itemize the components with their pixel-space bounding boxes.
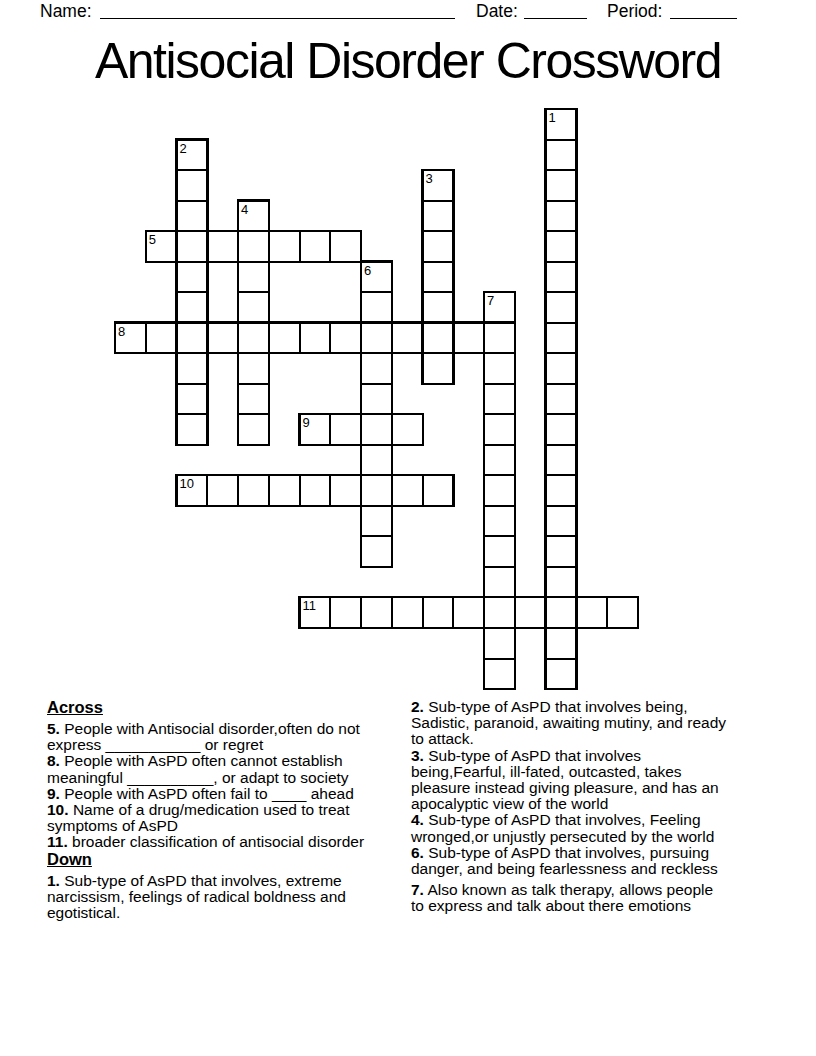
- grid-cell[interactable]: [361, 414, 392, 445]
- grid-cell[interactable]: [330, 475, 361, 506]
- grid-cell[interactable]: [546, 292, 577, 323]
- grid-cell[interactable]: [300, 475, 331, 506]
- period-input-line[interactable]: [670, 18, 737, 19]
- clue-number: 10.: [47, 801, 69, 818]
- clue-number: 6.: [411, 844, 424, 861]
- grid-cell[interactable]: [361, 323, 392, 354]
- grid-cell[interactable]: [423, 323, 454, 354]
- grid-cell[interactable]: [238, 262, 269, 293]
- clue-down-4: 4. Sub-type of AsPD that involves, Feeli…: [411, 812, 777, 844]
- clue-down-1: 1. Sub-type of AsPD that involves, extre…: [47, 873, 407, 922]
- date-label: Date:: [476, 1, 518, 21]
- grid-cell[interactable]: [361, 292, 392, 323]
- clue-down-3: 3. Sub-type of AsPD that involves being,…: [411, 748, 777, 813]
- grid-cell[interactable]: [238, 323, 269, 354]
- clue-text: Sub-type of AsPD that involves, Feeling …: [411, 811, 714, 844]
- grid-cell[interactable]: [546, 109, 577, 140]
- grid-cell[interactable]: [546, 384, 577, 415]
- grid-cell[interactable]: [361, 262, 392, 293]
- grid-cell[interactable]: [146, 231, 177, 262]
- clue-number: 2.: [411, 698, 424, 715]
- across-clues-list: 5. People with Antisocial disorder,often…: [47, 721, 407, 851]
- across-heading: Across: [47, 699, 407, 716]
- grid-cell[interactable]: [330, 414, 361, 445]
- grid-cell[interactable]: [392, 323, 423, 354]
- grid-cell[interactable]: [207, 475, 238, 506]
- grid-cell[interactable]: [546, 140, 577, 171]
- page-title: Antisocial Disorder Crossword: [0, 33, 816, 89]
- grid-cell[interactable]: [546, 201, 577, 232]
- grid-cell[interactable]: [177, 262, 208, 293]
- clue-number: 1.: [47, 872, 60, 889]
- grid-cell[interactable]: [392, 475, 423, 506]
- grid-cell[interactable]: [177, 384, 208, 415]
- clue-across-9: 9. People with AsPD often fail to ____ a…: [47, 786, 407, 802]
- grid-cell[interactable]: [238, 353, 269, 384]
- clue-text: Sub-type of AsPD that involves, extreme …: [47, 872, 346, 921]
- grid-cell[interactable]: [177, 414, 208, 445]
- clue-text: broader classification of antisocial dis…: [72, 833, 364, 850]
- clue-number: 3.: [411, 747, 424, 764]
- grid-cell[interactable]: [546, 170, 577, 201]
- grid-cell[interactable]: [576, 597, 607, 628]
- grid-cell[interactable]: [484, 597, 515, 628]
- grid-cell[interactable]: [330, 597, 361, 628]
- grid-cell[interactable]: [484, 536, 515, 567]
- grid-cell[interactable]: [269, 231, 300, 262]
- clue-across-10: 10. Name of a drug/medication used to tr…: [47, 802, 407, 834]
- grid-cell[interactable]: [146, 323, 177, 354]
- grid-cell[interactable]: [423, 262, 454, 293]
- down-clues-list-left: 1. Sub-type of AsPD that involves, extre…: [47, 873, 407, 922]
- grid-cell[interactable]: [177, 201, 208, 232]
- grid-cell[interactable]: [423, 231, 454, 262]
- grid-cell[interactable]: [484, 323, 515, 354]
- grid-cell[interactable]: [207, 323, 238, 354]
- date-input-line[interactable]: [524, 18, 587, 19]
- grid-cell[interactable]: [484, 659, 515, 690]
- clue-text: People with Antisocial disorder,often do…: [47, 720, 360, 753]
- grid-cell[interactable]: [484, 475, 515, 506]
- grid-cell[interactable]: [269, 323, 300, 354]
- grid-cell[interactable]: [546, 506, 577, 537]
- clue-across-11: 11. broader classification of antisocial…: [47, 834, 407, 850]
- grid-cell[interactable]: [546, 628, 577, 659]
- grid-cell[interactable]: [177, 475, 208, 506]
- grid-cell[interactable]: [392, 597, 423, 628]
- grid-cell[interactable]: [300, 231, 331, 262]
- grid-cell[interactable]: [300, 323, 331, 354]
- grid-cell[interactable]: [361, 353, 392, 384]
- grid-cell[interactable]: [546, 414, 577, 445]
- clue-text: People with AsPD often cannot establish …: [47, 752, 349, 785]
- down-heading: Down: [47, 851, 407, 868]
- grid-cell[interactable]: [515, 597, 546, 628]
- grid-cell[interactable]: [300, 597, 331, 628]
- name-label: Name:: [40, 1, 92, 21]
- grid-cell[interactable]: [484, 567, 515, 598]
- grid-cell[interactable]: [484, 384, 515, 415]
- grid-cell[interactable]: [423, 353, 454, 384]
- clues-column-left: Across 5. People with Antisocial disorde…: [47, 699, 407, 921]
- clue-across-5: 5. People with Antisocial disorder,often…: [47, 721, 407, 753]
- grid-cell[interactable]: [177, 292, 208, 323]
- grid-cell[interactable]: [392, 414, 423, 445]
- grid-cell[interactable]: [238, 384, 269, 415]
- grid-cell[interactable]: [484, 414, 515, 445]
- grid-cell[interactable]: [300, 414, 331, 445]
- grid-cell[interactable]: [546, 597, 577, 628]
- grid-cell[interactable]: [330, 323, 361, 354]
- crossword-board: 1234567891011: [115, 109, 639, 690]
- grid-cell[interactable]: [115, 323, 146, 354]
- clue-number: 5.: [47, 720, 60, 737]
- grid-cell[interactable]: [607, 597, 638, 628]
- grid-cell[interactable]: [484, 353, 515, 384]
- grid-cell[interactable]: [207, 231, 238, 262]
- clue-down-6: 6. Sub-type of AsPD that involves, pursu…: [411, 845, 777, 877]
- period-label: Period:: [607, 1, 662, 21]
- grid-cell[interactable]: [453, 323, 484, 354]
- grid-cell[interactable]: [423, 475, 454, 506]
- grid-cell[interactable]: [177, 231, 208, 262]
- clue-text: Also known as talk therapy, allows peopl…: [411, 881, 713, 914]
- grid-cell[interactable]: [423, 292, 454, 323]
- grid-cell[interactable]: [546, 323, 577, 354]
- grid-cell[interactable]: [177, 170, 208, 201]
- grid-cell[interactable]: [238, 414, 269, 445]
- grid-cell[interactable]: [423, 170, 454, 201]
- grid-cell[interactable]: [546, 536, 577, 567]
- grid-cell[interactable]: [546, 567, 577, 598]
- grid-cell[interactable]: [361, 445, 392, 476]
- clue-number: 9.: [47, 785, 60, 802]
- grid-cell[interactable]: [238, 292, 269, 323]
- clue-text: People with AsPD often fail to ____ ahea…: [64, 785, 354, 802]
- grid-cell[interactable]: [546, 262, 577, 293]
- grid-cell[interactable]: [546, 475, 577, 506]
- clue-number: 11.: [47, 833, 68, 850]
- grid-cell[interactable]: [546, 231, 577, 262]
- grid-cell[interactable]: [546, 445, 577, 476]
- grid-cell[interactable]: [546, 659, 577, 690]
- grid-cell[interactable]: [177, 353, 208, 384]
- name-input-line[interactable]: [100, 18, 455, 19]
- grid-cell[interactable]: [361, 536, 392, 567]
- grid-cell[interactable]: [546, 353, 577, 384]
- clue-number: 7.: [411, 881, 424, 898]
- grid-cell[interactable]: [269, 475, 300, 506]
- grid-cell[interactable]: [423, 597, 454, 628]
- grid-cell[interactable]: [484, 445, 515, 476]
- clue-down-2: 2. Sub-type of AsPD that involves being,…: [411, 699, 777, 748]
- clues-column-right: 2. Sub-type of AsPD that involves being,…: [411, 699, 777, 915]
- grid-cell[interactable]: [361, 506, 392, 537]
- grid-cell[interactable]: [177, 323, 208, 354]
- grid-cell[interactable]: [361, 384, 392, 415]
- clue-down-7: 7. Also known as talk therapy, allows pe…: [411, 882, 777, 914]
- grid-cell[interactable]: [330, 231, 361, 262]
- grid-cell[interactable]: [238, 231, 269, 262]
- grid-cell[interactable]: [484, 292, 515, 323]
- clue-text: Sub-type of AsPD that involves, pursuing…: [411, 844, 718, 877]
- grid-cell[interactable]: [361, 475, 392, 506]
- clue-text: Name of a drug/medication used to treat …: [47, 801, 349, 834]
- down-clues-list-right: 2. Sub-type of AsPD that involves being,…: [411, 699, 777, 915]
- grid-cell[interactable]: [177, 140, 208, 171]
- clue-text: Sub-type of AsPD that involves being, Sa…: [411, 698, 726, 747]
- grid-cell[interactable]: [423, 201, 454, 232]
- grid-cell[interactable]: [361, 597, 392, 628]
- grid-cell[interactable]: [484, 628, 515, 659]
- clue-number: 4.: [411, 811, 424, 828]
- grid-cell[interactable]: [238, 201, 269, 232]
- grid-cell[interactable]: [238, 475, 269, 506]
- clue-across-8: 8. People with AsPD often cannot establi…: [47, 753, 407, 785]
- grid-cell[interactable]: [484, 506, 515, 537]
- clue-number: 8.: [47, 752, 60, 769]
- clue-text: Sub-type of AsPD that involves being,Fea…: [411, 747, 719, 813]
- grid-cell[interactable]: [453, 597, 484, 628]
